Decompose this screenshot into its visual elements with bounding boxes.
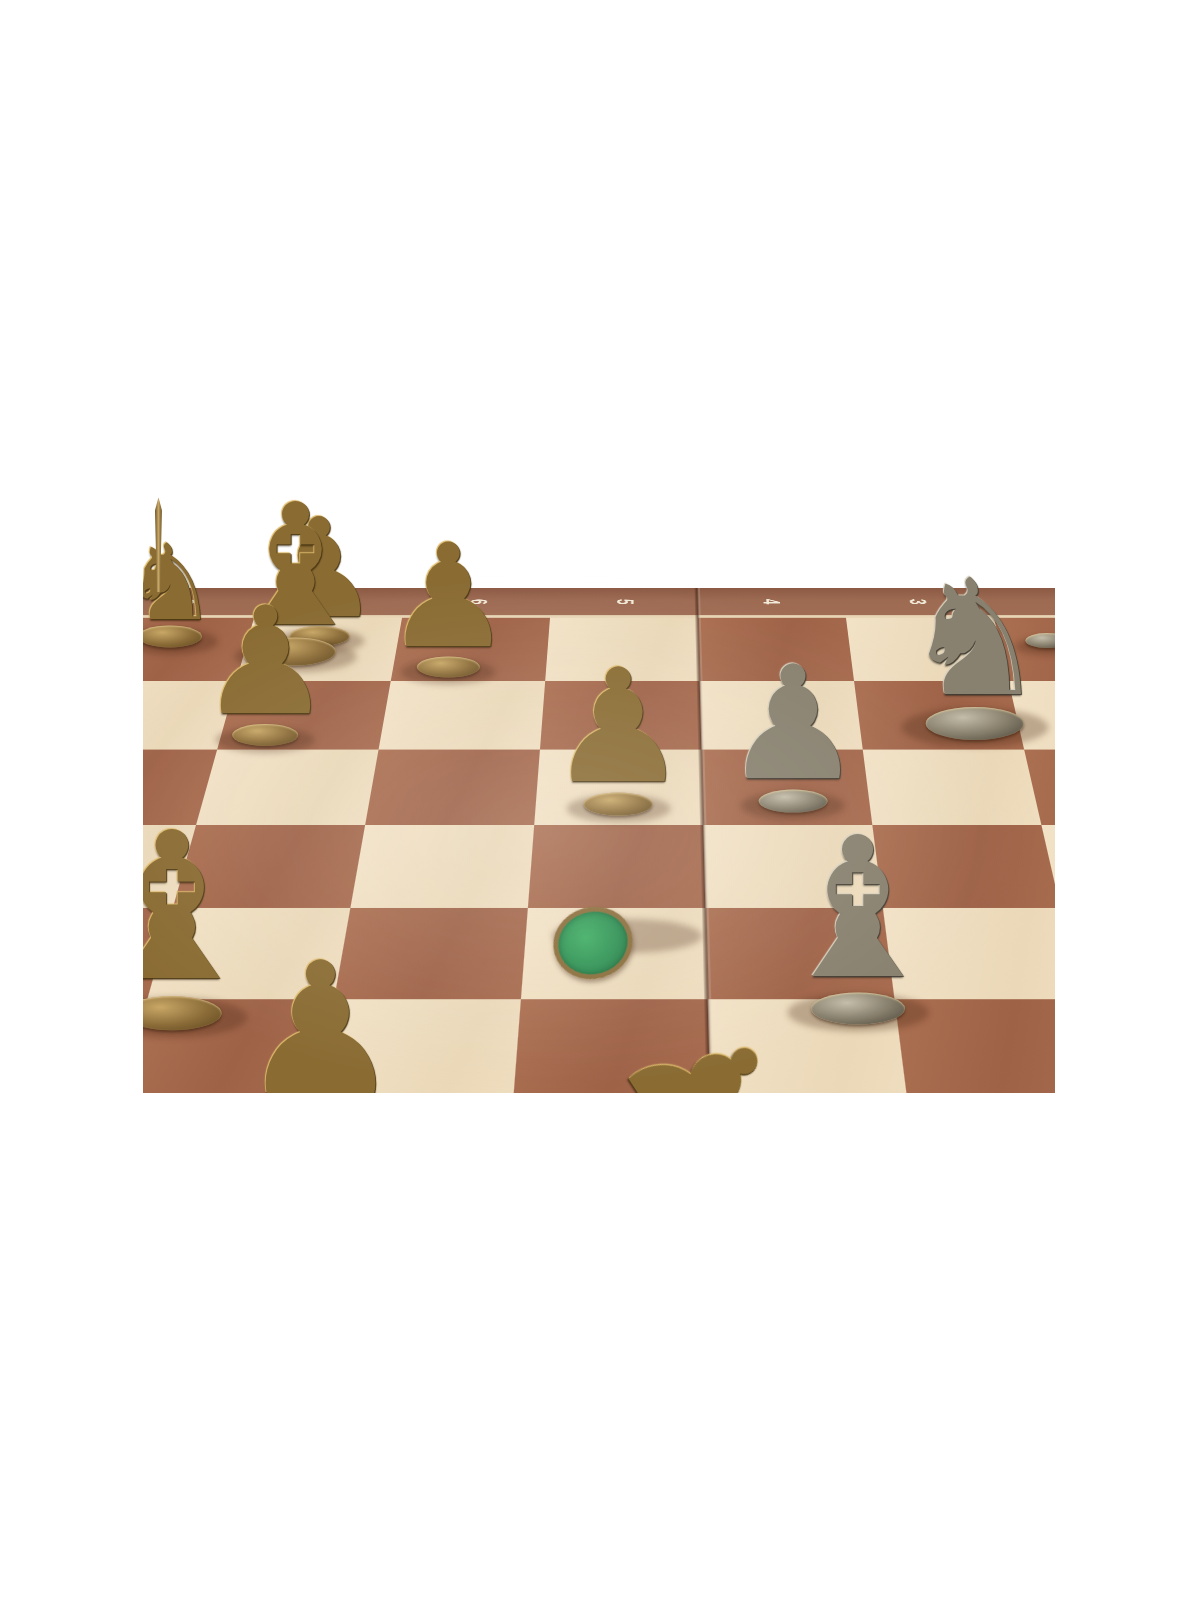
- gold-pawn-glyph: ♟: [238, 946, 402, 1093]
- piece-silver-pawn-d4: ♟: [723, 651, 864, 812]
- board-square: [379, 681, 546, 750]
- board-square: [365, 750, 540, 825]
- page: { "game": "chess", "scene": { "descripti…: [0, 0, 1200, 1600]
- piece-base: [926, 707, 1024, 740]
- piece-silver-bishop-e3: ♝: [771, 820, 945, 1024]
- piece-base: [143, 626, 202, 648]
- piece-gold-pawn-g7: ♟: [238, 946, 402, 1093]
- piece-gold-pawn-b6: ♟: [384, 531, 512, 678]
- piece-silver-knight-c3: ♞: [903, 565, 1047, 740]
- rank-label-cell: 5: [550, 588, 698, 615]
- silver-bishop-glyph: ♝: [771, 820, 945, 998]
- piece-gold-pawn-c7: ♟: [199, 593, 333, 746]
- rank-label-cell: 4: [697, 588, 845, 615]
- silver-knight-glyph: ♞: [903, 565, 1047, 713]
- rank-label: 4: [756, 599, 785, 604]
- gold-pawn-glyph: ♟: [199, 593, 333, 730]
- gold-pawn-glyph: ♟: [548, 654, 689, 798]
- board-square: [528, 825, 705, 908]
- piece-gold-pawn-d5: ♟: [548, 654, 689, 815]
- board-photo: 8765432 ♞♟♝♟♟♟♟♞♝♟♝♟: [143, 470, 1055, 1093]
- rank-label: 5: [610, 599, 638, 604]
- gold-pawn-glyph: ♟: [384, 531, 512, 663]
- piece-base: [233, 724, 299, 746]
- rank-label: 2: [1049, 599, 1055, 604]
- board-square: [350, 825, 534, 908]
- piece-base: [417, 657, 480, 678]
- silver-pawn-glyph: ♟: [723, 651, 864, 795]
